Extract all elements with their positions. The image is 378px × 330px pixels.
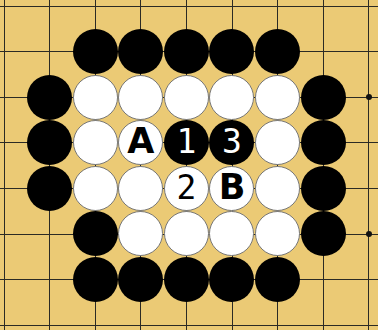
intersection (118, 0, 164, 29)
intersection (118, 166, 164, 212)
intersection (300, 29, 346, 75)
intersection (255, 0, 301, 29)
intersection (346, 257, 378, 303)
white-stone (164, 75, 209, 120)
intersection (0, 166, 27, 212)
intersection (209, 302, 255, 330)
intersection: 2 (164, 166, 210, 212)
star-point (366, 94, 372, 100)
black-stone (301, 75, 346, 120)
white-stone (255, 75, 300, 120)
intersection (255, 120, 301, 166)
black-stone (73, 257, 118, 302)
intersection (0, 211, 27, 257)
intersection (118, 29, 164, 75)
white-stone (255, 166, 300, 211)
intersection (164, 302, 210, 330)
intersection (27, 29, 73, 75)
intersection (72, 120, 118, 166)
white-stone (255, 211, 300, 256)
intersection (118, 211, 164, 257)
black-stone (118, 29, 163, 74)
intersection (0, 120, 27, 166)
white-stone (255, 120, 300, 165)
intersection (0, 0, 27, 29)
black-stone (301, 120, 346, 165)
stone-label: B (219, 170, 246, 205)
intersection (300, 0, 346, 29)
black-stone (209, 257, 254, 302)
star-point (366, 231, 372, 237)
intersection (164, 211, 210, 257)
intersection (209, 74, 255, 120)
intersection (209, 29, 255, 75)
intersection (255, 302, 301, 330)
white-stone: 2 (164, 166, 209, 211)
white-stone (73, 75, 118, 120)
white-stone: B (209, 166, 254, 211)
intersection (255, 166, 301, 212)
intersection (72, 211, 118, 257)
intersection (164, 74, 210, 120)
intersection (300, 74, 346, 120)
intersection (300, 302, 346, 330)
black-stone (73, 29, 118, 74)
intersection (0, 302, 27, 330)
black-stone (164, 257, 209, 302)
black-stone: 3 (209, 120, 254, 165)
white-stone (73, 120, 118, 165)
stone-label: 3 (222, 125, 242, 158)
intersection (209, 257, 255, 303)
intersection (72, 29, 118, 75)
intersection (118, 302, 164, 330)
intersection (164, 29, 210, 75)
intersection (27, 302, 73, 330)
intersection (27, 211, 73, 257)
intersection (209, 211, 255, 257)
intersection (118, 74, 164, 120)
intersection (27, 0, 73, 29)
intersection (164, 257, 210, 303)
black-stone (209, 29, 254, 74)
intersection (346, 302, 378, 330)
intersection (300, 166, 346, 212)
intersection (72, 166, 118, 212)
white-stone (118, 166, 163, 211)
intersection (0, 74, 27, 120)
black-stone: 1 (164, 120, 209, 165)
intersection (300, 257, 346, 303)
intersection (346, 74, 378, 120)
intersection (300, 211, 346, 257)
intersection: A (118, 120, 164, 166)
intersection (164, 0, 210, 29)
intersection (27, 257, 73, 303)
black-stone (301, 211, 346, 256)
intersection (346, 120, 378, 166)
intersection: 1 (164, 120, 210, 166)
intersection (27, 120, 73, 166)
go-board-diagram: A132B (0, 0, 378, 330)
intersection (255, 211, 301, 257)
white-stone (164, 211, 209, 256)
white-stone (73, 166, 118, 211)
intersection (255, 257, 301, 303)
intersection (300, 120, 346, 166)
white-stone: A (118, 120, 163, 165)
black-stone (301, 166, 346, 211)
intersection (27, 74, 73, 120)
stone-label: A (127, 124, 154, 159)
white-stone (209, 75, 254, 120)
intersection: 3 (209, 120, 255, 166)
white-stone (118, 75, 163, 120)
black-stone (27, 75, 72, 120)
intersection (72, 302, 118, 330)
intersection (27, 166, 73, 212)
intersection (72, 257, 118, 303)
black-stone (255, 257, 300, 302)
white-stone (209, 211, 254, 256)
intersection (0, 257, 27, 303)
intersection (255, 29, 301, 75)
intersection (346, 29, 378, 75)
black-stone (27, 166, 72, 211)
white-stone (118, 211, 163, 256)
intersection (346, 211, 378, 257)
black-stone (27, 120, 72, 165)
intersection: B (209, 166, 255, 212)
intersection (72, 0, 118, 29)
intersection (255, 74, 301, 120)
intersection (72, 74, 118, 120)
intersection (118, 257, 164, 303)
black-stone (255, 29, 300, 74)
intersection (346, 166, 378, 212)
black-stone (73, 211, 118, 256)
intersection (346, 0, 378, 29)
black-stone (118, 257, 163, 302)
stone-label: 2 (176, 171, 196, 204)
stone-label: 1 (176, 125, 196, 158)
go-board-grid: A132B (0, 0, 378, 330)
black-stone (164, 29, 209, 74)
intersection (209, 0, 255, 29)
intersection (0, 29, 27, 75)
